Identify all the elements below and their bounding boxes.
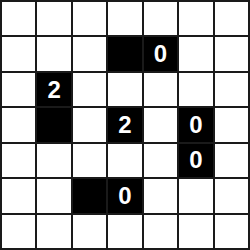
black-cell-r2c1: 2 (37, 73, 70, 106)
white-cell-r1c5[interactable] (179, 37, 212, 70)
white-cell-r2c5[interactable] (179, 73, 212, 106)
white-cell-r5c5[interactable] (179, 179, 212, 212)
clue-number: 2 (47, 78, 60, 102)
white-cell-r0c1[interactable] (37, 2, 70, 35)
black-cell-r3c3: 2 (108, 108, 141, 141)
white-cell-r3c2[interactable] (73, 108, 106, 141)
white-cell-r6c3[interactable] (108, 215, 141, 248)
white-cell-r1c6[interactable] (215, 37, 248, 70)
black-cell-r3c1 (37, 108, 70, 141)
white-cell-r0c3[interactable] (108, 2, 141, 35)
white-cell-r5c0[interactable] (2, 179, 35, 212)
black-cell-r1c3 (108, 37, 141, 70)
white-cell-r5c6[interactable] (215, 179, 248, 212)
white-cell-r0c4[interactable] (144, 2, 177, 35)
white-cell-r2c4[interactable] (144, 73, 177, 106)
white-cell-r1c0[interactable] (2, 37, 35, 70)
white-cell-r2c3[interactable] (108, 73, 141, 106)
white-cell-r5c4[interactable] (144, 179, 177, 212)
black-cell-r5c2 (73, 179, 106, 212)
clue-number: 0 (189, 113, 202, 137)
white-cell-r6c4[interactable] (144, 215, 177, 248)
white-cell-r4c1[interactable] (37, 144, 70, 177)
white-cell-r4c4[interactable] (144, 144, 177, 177)
white-cell-r1c2[interactable] (73, 37, 106, 70)
black-cell-r5c3: 0 (108, 179, 141, 212)
white-cell-r0c2[interactable] (73, 2, 106, 35)
white-cell-r6c1[interactable] (37, 215, 70, 248)
white-cell-r0c6[interactable] (215, 2, 248, 35)
clue-number: 0 (154, 42, 167, 66)
white-cell-r0c5[interactable] (179, 2, 212, 35)
black-cell-r4c5: 0 (179, 144, 212, 177)
white-cell-r5c1[interactable] (37, 179, 70, 212)
white-cell-r3c4[interactable] (144, 108, 177, 141)
akari-board: 022000 (0, 0, 250, 250)
black-cell-r3c5: 0 (179, 108, 212, 141)
white-cell-r3c0[interactable] (2, 108, 35, 141)
akari-puzzle: 022000 (0, 0, 250, 250)
white-cell-r2c0[interactable] (2, 73, 35, 106)
white-cell-r4c3[interactable] (108, 144, 141, 177)
clue-number: 2 (118, 113, 131, 137)
clue-number: 0 (189, 148, 202, 172)
white-cell-r6c5[interactable] (179, 215, 212, 248)
white-cell-r6c2[interactable] (73, 215, 106, 248)
clue-number: 0 (118, 184, 131, 208)
white-cell-r2c6[interactable] (215, 73, 248, 106)
white-cell-r3c6[interactable] (215, 108, 248, 141)
white-cell-r2c2[interactable] (73, 73, 106, 106)
white-cell-r4c2[interactable] (73, 144, 106, 177)
white-cell-r6c0[interactable] (2, 215, 35, 248)
black-cell-r1c4: 0 (144, 37, 177, 70)
white-cell-r4c6[interactable] (215, 144, 248, 177)
white-cell-r6c6[interactable] (215, 215, 248, 248)
white-cell-r1c1[interactable] (37, 37, 70, 70)
white-cell-r4c0[interactable] (2, 144, 35, 177)
white-cell-r0c0[interactable] (2, 2, 35, 35)
